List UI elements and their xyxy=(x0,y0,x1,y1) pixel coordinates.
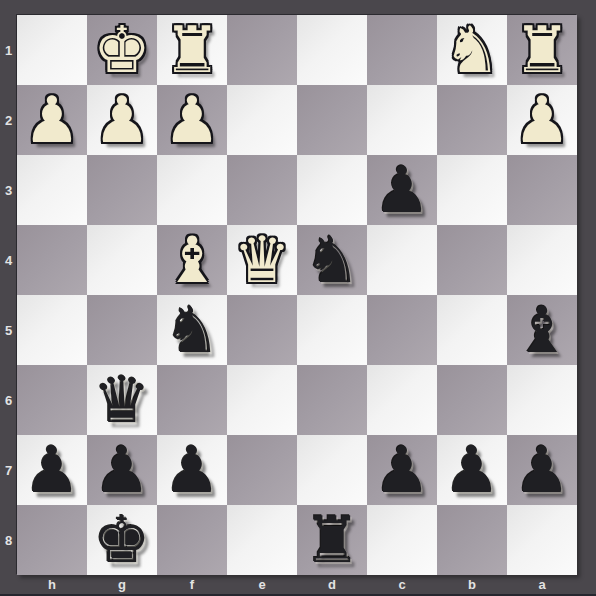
square-b3[interactable] xyxy=(437,155,507,225)
square-f3[interactable] xyxy=(157,155,227,225)
square-e3[interactable] xyxy=(227,155,297,225)
black-pawn[interactable]: ♟ xyxy=(93,438,150,502)
black-rook[interactable]: ♜ xyxy=(303,508,360,572)
rank-label-5: 5 xyxy=(0,295,17,365)
square-c1[interactable] xyxy=(367,15,437,85)
square-f4[interactable]: ♝ xyxy=(157,225,227,295)
black-knight[interactable]: ♞ xyxy=(303,228,360,292)
black-queen[interactable]: ♛ xyxy=(93,368,150,432)
square-h1[interactable] xyxy=(17,15,87,85)
square-c2[interactable] xyxy=(367,85,437,155)
rank-label-6: 6 xyxy=(0,365,17,435)
square-f5[interactable]: ♞ xyxy=(157,295,227,365)
square-e5[interactable] xyxy=(227,295,297,365)
file-label-c: c xyxy=(367,575,437,594)
file-labels: hgfedcba xyxy=(17,575,577,594)
square-b1[interactable]: ♞ xyxy=(437,15,507,85)
square-g6[interactable]: ♛ xyxy=(87,365,157,435)
square-g8[interactable]: ♚ xyxy=(87,505,157,575)
square-e7[interactable] xyxy=(227,435,297,505)
square-a1[interactable]: ♜ xyxy=(507,15,577,85)
white-rook[interactable]: ♜ xyxy=(513,18,570,82)
square-f8[interactable] xyxy=(157,505,227,575)
square-e2[interactable] xyxy=(227,85,297,155)
square-h2[interactable]: ♟ xyxy=(17,85,87,155)
square-h5[interactable] xyxy=(17,295,87,365)
square-a6[interactable] xyxy=(507,365,577,435)
white-pawn[interactable]: ♟ xyxy=(23,88,80,152)
square-d5[interactable] xyxy=(297,295,367,365)
square-c5[interactable] xyxy=(367,295,437,365)
black-king[interactable]: ♚ xyxy=(93,508,150,572)
square-f7[interactable]: ♟ xyxy=(157,435,227,505)
square-d1[interactable] xyxy=(297,15,367,85)
white-pawn[interactable]: ♟ xyxy=(93,88,150,152)
chess-board: ♚♜♞♜♟♟♟♟♟♝♛♞♞♝♛♟♟♟♟♟♟♚♜ xyxy=(17,15,577,575)
rank-label-4: 4 xyxy=(0,225,17,295)
square-a8[interactable] xyxy=(507,505,577,575)
square-b2[interactable] xyxy=(437,85,507,155)
rank-labels: 12345678 xyxy=(0,15,17,575)
square-c7[interactable]: ♟ xyxy=(367,435,437,505)
square-f6[interactable] xyxy=(157,365,227,435)
square-a3[interactable] xyxy=(507,155,577,225)
square-g5[interactable] xyxy=(87,295,157,365)
square-c3[interactable]: ♟ xyxy=(367,155,437,225)
square-h4[interactable] xyxy=(17,225,87,295)
white-bishop[interactable]: ♝ xyxy=(163,228,220,292)
file-label-f: f xyxy=(157,575,227,594)
square-f2[interactable]: ♟ xyxy=(157,85,227,155)
square-a5[interactable]: ♝ xyxy=(507,295,577,365)
square-a7[interactable]: ♟ xyxy=(507,435,577,505)
file-label-g: g xyxy=(87,575,157,594)
file-label-d: d xyxy=(297,575,367,594)
board-frame: 12345678 ♚♜♞♜♟♟♟♟♟♝♛♞♞♝♛♟♟♟♟♟♟♚♜ hgfedcb… xyxy=(0,0,596,596)
white-pawn[interactable]: ♟ xyxy=(513,88,570,152)
white-queen[interactable]: ♛ xyxy=(233,228,290,292)
square-g4[interactable] xyxy=(87,225,157,295)
rank-label-2: 2 xyxy=(0,85,17,155)
square-g2[interactable]: ♟ xyxy=(87,85,157,155)
black-pawn[interactable]: ♟ xyxy=(23,438,80,502)
square-c4[interactable] xyxy=(367,225,437,295)
file-label-h: h xyxy=(17,575,87,594)
rank-label-8: 8 xyxy=(0,505,17,575)
white-pawn[interactable]: ♟ xyxy=(163,88,220,152)
black-bishop[interactable]: ♝ xyxy=(513,298,570,362)
square-e6[interactable] xyxy=(227,365,297,435)
square-e1[interactable] xyxy=(227,15,297,85)
square-h8[interactable] xyxy=(17,505,87,575)
rank-label-1: 1 xyxy=(0,15,17,85)
square-e4[interactable]: ♛ xyxy=(227,225,297,295)
white-rook[interactable]: ♜ xyxy=(163,18,220,82)
square-d6[interactable] xyxy=(297,365,367,435)
black-pawn[interactable]: ♟ xyxy=(163,438,220,502)
square-h6[interactable] xyxy=(17,365,87,435)
square-h3[interactable] xyxy=(17,155,87,225)
square-c8[interactable] xyxy=(367,505,437,575)
black-pawn[interactable]: ♟ xyxy=(443,438,500,502)
white-king[interactable]: ♚ xyxy=(93,18,150,82)
square-f1[interactable]: ♜ xyxy=(157,15,227,85)
square-g3[interactable] xyxy=(87,155,157,225)
black-pawn[interactable]: ♟ xyxy=(373,158,430,222)
black-knight[interactable]: ♞ xyxy=(163,298,220,362)
square-d4[interactable]: ♞ xyxy=(297,225,367,295)
square-g1[interactable]: ♚ xyxy=(87,15,157,85)
black-pawn[interactable]: ♟ xyxy=(373,438,430,502)
black-pawn[interactable]: ♟ xyxy=(513,438,570,502)
square-d7[interactable] xyxy=(297,435,367,505)
rank-label-7: 7 xyxy=(0,435,17,505)
square-b6[interactable] xyxy=(437,365,507,435)
file-label-a: a xyxy=(507,575,577,594)
square-b4[interactable] xyxy=(437,225,507,295)
square-d8[interactable]: ♜ xyxy=(297,505,367,575)
rank-label-3: 3 xyxy=(0,155,17,225)
square-c6[interactable] xyxy=(367,365,437,435)
file-label-b: b xyxy=(437,575,507,594)
square-d2[interactable] xyxy=(297,85,367,155)
white-knight[interactable]: ♞ xyxy=(443,18,500,82)
square-e8[interactable] xyxy=(227,505,297,575)
square-h7[interactable]: ♟ xyxy=(17,435,87,505)
square-g7[interactable]: ♟ xyxy=(87,435,157,505)
file-label-e: e xyxy=(227,575,297,594)
square-d3[interactable] xyxy=(297,155,367,225)
square-a4[interactable] xyxy=(507,225,577,295)
square-b7[interactable]: ♟ xyxy=(437,435,507,505)
square-b5[interactable] xyxy=(437,295,507,365)
square-b8[interactable] xyxy=(437,505,507,575)
square-a2[interactable]: ♟ xyxy=(507,85,577,155)
